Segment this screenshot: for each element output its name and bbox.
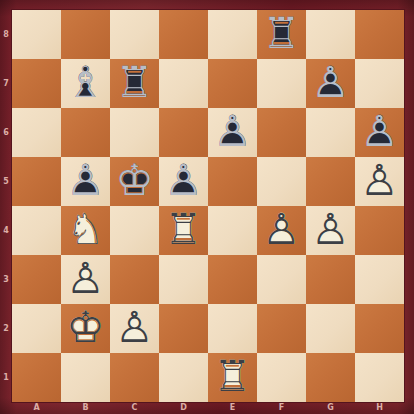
square-f6[interactable] <box>257 108 306 157</box>
square-e6[interactable]: ♟♙ <box>208 108 257 157</box>
piece-outline-glyph: ♙ <box>61 255 110 304</box>
square-d1[interactable] <box>159 353 208 402</box>
square-e2[interactable] <box>208 304 257 353</box>
square-h2[interactable] <box>355 304 404 353</box>
piece-outline-glyph: ♖ <box>208 353 257 402</box>
rank-label-3: 3 <box>0 255 12 304</box>
square-a8[interactable] <box>12 10 61 59</box>
white-pawn-c2[interactable]: ♟♙ <box>110 304 159 353</box>
file-label-d: D <box>159 402 208 414</box>
piece-outline-glyph: ♙ <box>159 157 208 206</box>
square-g3[interactable] <box>306 255 355 304</box>
rank-label-7: 7 <box>0 59 12 108</box>
square-h8[interactable] <box>355 10 404 59</box>
white-pawn-b3[interactable]: ♟♙ <box>61 255 110 304</box>
white-pawn-h5[interactable]: ♟♙ <box>355 157 404 206</box>
square-c2[interactable]: ♟♙ <box>110 304 159 353</box>
square-g7[interactable]: ♟♙ <box>306 59 355 108</box>
rank-label-4: 4 <box>0 206 12 255</box>
square-a7[interactable] <box>12 59 61 108</box>
square-f2[interactable] <box>257 304 306 353</box>
piece-outline-glyph: ♔ <box>61 304 110 353</box>
square-h3[interactable] <box>355 255 404 304</box>
square-a5[interactable] <box>12 157 61 206</box>
square-g2[interactable] <box>306 304 355 353</box>
file-label-h: H <box>355 402 404 414</box>
rank-label-5: 5 <box>0 157 12 206</box>
black-pawn-e6[interactable]: ♟♙ <box>208 108 257 157</box>
square-e7[interactable] <box>208 59 257 108</box>
square-g1[interactable] <box>306 353 355 402</box>
square-c8[interactable] <box>110 10 159 59</box>
square-e1[interactable]: ♜♖ <box>208 353 257 402</box>
file-label-a: A <box>12 402 61 414</box>
square-g4[interactable]: ♟♙ <box>306 206 355 255</box>
square-a1[interactable] <box>12 353 61 402</box>
square-c4[interactable] <box>110 206 159 255</box>
piece-outline-glyph: ♙ <box>208 108 257 157</box>
piece-outline-glyph: ♙ <box>355 108 404 157</box>
square-f4[interactable]: ♟♙ <box>257 206 306 255</box>
piece-outline-glyph: ♖ <box>257 10 306 59</box>
square-f1[interactable] <box>257 353 306 402</box>
black-pawn-b5[interactable]: ♟♙ <box>61 157 110 206</box>
square-a2[interactable] <box>12 304 61 353</box>
square-d5[interactable]: ♟♙ <box>159 157 208 206</box>
piece-outline-glyph: ♘ <box>61 206 110 255</box>
square-b8[interactable] <box>61 10 110 59</box>
square-d4[interactable]: ♜♖ <box>159 206 208 255</box>
piece-outline-glyph: ♙ <box>306 206 355 255</box>
white-pawn-g4[interactable]: ♟♙ <box>306 206 355 255</box>
piece-outline-glyph: ♗ <box>61 59 110 108</box>
black-king-c5[interactable]: ♚♔ <box>110 157 159 206</box>
rank-labels: 87654321 <box>0 10 12 402</box>
square-b5[interactable]: ♟♙ <box>61 157 110 206</box>
piece-outline-glyph: ♙ <box>110 304 159 353</box>
square-c7[interactable]: ♜♖ <box>110 59 159 108</box>
square-b2[interactable]: ♚♔ <box>61 304 110 353</box>
square-d3[interactable] <box>159 255 208 304</box>
square-h5[interactable]: ♟♙ <box>355 157 404 206</box>
black-bishop-b7[interactable]: ♝♗ <box>61 59 110 108</box>
square-h1[interactable] <box>355 353 404 402</box>
black-pawn-h6[interactable]: ♟♙ <box>355 108 404 157</box>
square-h4[interactable] <box>355 206 404 255</box>
square-b3[interactable]: ♟♙ <box>61 255 110 304</box>
white-king-b2[interactable]: ♚♔ <box>61 304 110 353</box>
rank-label-8: 8 <box>0 10 12 59</box>
piece-outline-glyph: ♙ <box>355 157 404 206</box>
square-e8[interactable] <box>208 10 257 59</box>
file-label-c: C <box>110 402 159 414</box>
square-f5[interactable] <box>257 157 306 206</box>
square-c6[interactable] <box>110 108 159 157</box>
square-e5[interactable] <box>208 157 257 206</box>
white-knight-b4[interactable]: ♞♘ <box>61 206 110 255</box>
square-f7[interactable] <box>257 59 306 108</box>
white-rook-e1[interactable]: ♜♖ <box>208 353 257 402</box>
square-g6[interactable] <box>306 108 355 157</box>
square-h6[interactable]: ♟♙ <box>355 108 404 157</box>
square-a4[interactable] <box>12 206 61 255</box>
rank-label-2: 2 <box>0 304 12 353</box>
square-b1[interactable] <box>61 353 110 402</box>
black-rook-f8[interactable]: ♜♖ <box>257 10 306 59</box>
white-pawn-f4[interactable]: ♟♙ <box>257 206 306 255</box>
piece-outline-glyph: ♙ <box>306 59 355 108</box>
square-a3[interactable] <box>12 255 61 304</box>
black-pawn-d5[interactable]: ♟♙ <box>159 157 208 206</box>
square-b6[interactable] <box>61 108 110 157</box>
file-label-g: G <box>306 402 355 414</box>
square-a6[interactable] <box>12 108 61 157</box>
piece-outline-glyph: ♙ <box>61 157 110 206</box>
square-h7[interactable] <box>355 59 404 108</box>
square-b4[interactable]: ♞♘ <box>61 206 110 255</box>
black-rook-c7[interactable]: ♜♖ <box>110 59 159 108</box>
square-d6[interactable] <box>159 108 208 157</box>
piece-outline-glyph: ♖ <box>110 59 159 108</box>
square-g5[interactable] <box>306 157 355 206</box>
square-d2[interactable] <box>159 304 208 353</box>
square-g8[interactable] <box>306 10 355 59</box>
square-b7[interactable]: ♝♗ <box>61 59 110 108</box>
piece-outline-glyph: ♙ <box>257 206 306 255</box>
rank-label-1: 1 <box>0 353 12 402</box>
file-label-b: B <box>61 402 110 414</box>
square-c3[interactable] <box>110 255 159 304</box>
piece-outline-glyph: ♔ <box>110 157 159 206</box>
square-f3[interactable] <box>257 255 306 304</box>
square-c1[interactable] <box>110 353 159 402</box>
rank-label-6: 6 <box>0 108 12 157</box>
square-f8[interactable]: ♜♖ <box>257 10 306 59</box>
square-c5[interactable]: ♚♔ <box>110 157 159 206</box>
square-d8[interactable] <box>159 10 208 59</box>
chessboard-frame: ♜♖♝♗♜♖♟♙♟♙♟♙♟♙♚♔♟♙♟♙♞♘♜♖♟♙♟♙♟♙♚♔♟♙♜♖ 876… <box>0 0 414 414</box>
square-e4[interactable] <box>208 206 257 255</box>
square-d7[interactable] <box>159 59 208 108</box>
piece-outline-glyph: ♖ <box>159 206 208 255</box>
black-pawn-g7[interactable]: ♟♙ <box>306 59 355 108</box>
board: ♜♖♝♗♜♖♟♙♟♙♟♙♟♙♚♔♟♙♟♙♞♘♜♖♟♙♟♙♟♙♚♔♟♙♜♖ <box>12 10 404 402</box>
file-label-e: E <box>208 402 257 414</box>
file-labels: ABCDEFGH <box>12 402 404 414</box>
white-rook-d4[interactable]: ♜♖ <box>159 206 208 255</box>
file-label-f: F <box>257 402 306 414</box>
square-e3[interactable] <box>208 255 257 304</box>
